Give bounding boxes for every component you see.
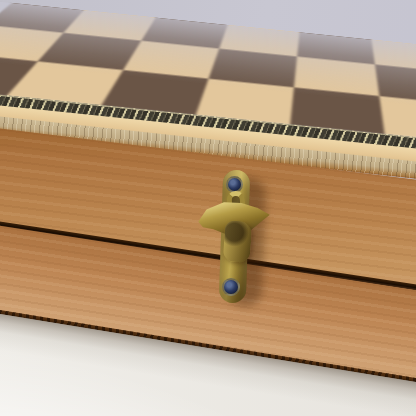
chess-box-photo — [0, 0, 416, 416]
